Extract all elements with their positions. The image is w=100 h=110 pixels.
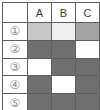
cell-4a[interactable] xyxy=(28,76,51,93)
cell-1a[interactable] xyxy=(28,23,51,40)
corner-cell xyxy=(3,3,27,22)
cell-5b[interactable] xyxy=(52,94,75,110)
row-label-3: ③ xyxy=(3,59,27,76)
row-label-1: ① xyxy=(3,23,27,40)
column-header-a: A xyxy=(28,3,51,22)
cell-3a[interactable] xyxy=(28,59,51,76)
cell-2b[interactable] xyxy=(52,41,75,58)
row-label-5: ⑤ xyxy=(3,94,27,110)
cell-5c[interactable] xyxy=(76,94,99,110)
puzzle-grid: A B C ① ② ③ ④ ⑤ xyxy=(2,2,100,110)
row-label-4: ④ xyxy=(3,76,27,93)
cell-5a[interactable] xyxy=(28,94,51,110)
cell-4b[interactable] xyxy=(52,76,75,93)
cell-2c[interactable] xyxy=(76,41,99,58)
cell-2a[interactable] xyxy=(28,41,51,58)
cell-3b[interactable] xyxy=(52,59,75,76)
cell-3c[interactable] xyxy=(76,59,99,76)
cell-4c[interactable] xyxy=(76,76,99,93)
column-header-c: C xyxy=(76,3,99,22)
column-header-b: B xyxy=(52,3,75,22)
cell-1b[interactable] xyxy=(52,23,75,40)
cell-1c[interactable] xyxy=(76,23,99,40)
row-label-2: ② xyxy=(3,41,27,58)
